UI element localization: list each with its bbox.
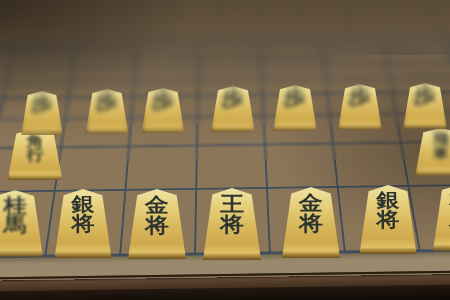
piece-kanji: 王将 [203,194,261,234]
piece-kanji: 歩 [403,87,447,106]
piece-kanji: 歩 [142,92,185,111]
shogi-piece-kinsho-left[interactable]: 金将 [128,189,186,259]
shogi-piece-keima-right[interactable]: 桂馬 [433,184,450,251]
shogi-piece-hisha-rook[interactable]: 飛車 [415,128,450,176]
piece-kanji: 銀将 [360,191,417,229]
shogi-piece-fuhyo-pawn[interactable]: 歩 [403,83,447,129]
shogi-piece-fuhyo-pawn[interactable]: 歩 [86,89,129,134]
shogi-piece-fuhyo-pawn[interactable]: 歩 [142,88,185,133]
piece-kanji: 歩 [273,89,317,108]
shogi-piece-fuhyo-pawn[interactable]: 歩 [21,91,63,135]
piece-kanji: 銀将 [55,195,112,233]
piece-kanji: 金将 [128,195,186,235]
shogi-piece-osho-king[interactable]: 王将 [203,188,261,260]
pieces-layer: 桂馬銀将金将王将金将銀将桂馬角行飛車歩歩歩歩歩歩歩 [0,0,450,300]
piece-kanji: 歩 [211,90,255,109]
piece-kanji: 桂馬 [0,196,43,234]
shogi-piece-ginsho-left[interactable]: 銀将 [55,189,112,258]
piece-kanji: 飛車 [415,133,450,160]
piece-kanji: 歩 [86,93,129,112]
shogi-piece-ginsho-right[interactable]: 銀将 [360,185,417,254]
shogi-piece-fuhyo-pawn[interactable]: 歩 [338,84,382,130]
piece-kanji: 金将 [282,193,340,233]
shogi-piece-fuhyo-pawn[interactable]: 歩 [273,85,317,131]
piece-kanji: 桂馬 [433,190,450,228]
piece-kanji: 角行 [8,134,63,162]
shogi-piece-fuhyo-pawn[interactable]: 歩 [211,86,255,132]
scene-root: 桂馬銀将金将王将金将銀将桂馬角行飛車歩歩歩歩歩歩歩 [0,0,450,300]
piece-kanji: 歩 [21,95,63,113]
shogi-piece-kakugyo-bishop[interactable]: 角行 [8,129,63,180]
shogi-piece-keima-left[interactable]: 桂馬 [0,190,43,257]
shogi-piece-kinsho-right[interactable]: 金将 [282,187,340,258]
piece-kanji: 歩 [338,88,382,107]
